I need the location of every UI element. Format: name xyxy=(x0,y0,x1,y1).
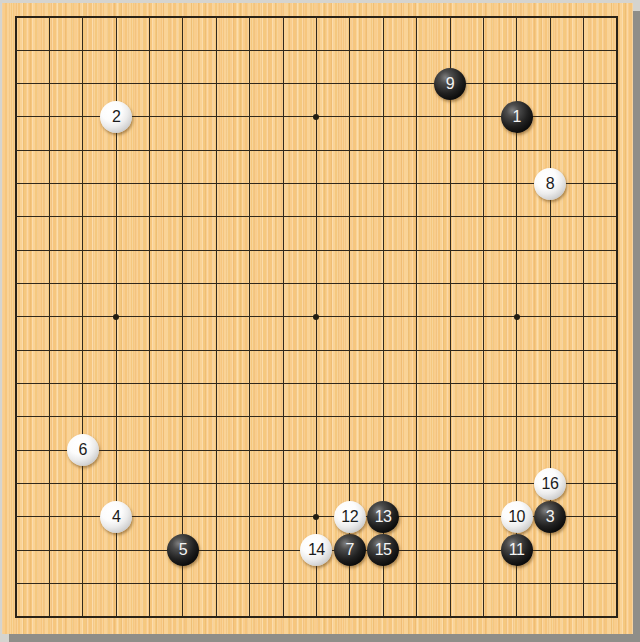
board-point-r14: 8 xyxy=(533,167,566,200)
star-point xyxy=(300,500,333,533)
stone-black-m3[interactable]: 15 xyxy=(367,534,399,566)
stone-black-f3[interactable]: 5 xyxy=(167,534,199,566)
move-number: 15 xyxy=(375,542,392,558)
board-point-l4: 12 xyxy=(333,500,366,533)
board-point-r4: 3 xyxy=(533,500,566,533)
board-point-q16: 1 xyxy=(500,100,533,133)
move-number: 12 xyxy=(341,509,358,525)
stone-white-d4[interactable]: 4 xyxy=(100,501,132,533)
star-point xyxy=(300,100,333,133)
move-number: 9 xyxy=(446,76,454,92)
star-point xyxy=(500,300,533,333)
stone-white-r5[interactable]: 16 xyxy=(534,468,566,500)
board-frame: 12345678910111213141516 xyxy=(0,0,640,642)
move-number: 13 xyxy=(375,509,392,525)
board-point-l3: 7 xyxy=(333,534,366,567)
board-point-r5: 16 xyxy=(533,467,566,500)
goban[interactable]: 12345678910111213141516 xyxy=(2,3,633,634)
board-point-q3: 11 xyxy=(500,534,533,567)
stone-black-l3[interactable]: 7 xyxy=(334,534,366,566)
stone-white-c6[interactable]: 6 xyxy=(67,434,99,466)
stone-black-r4[interactable]: 3 xyxy=(534,501,566,533)
stone-white-q4[interactable]: 10 xyxy=(501,501,533,533)
stone-black-m4[interactable]: 13 xyxy=(367,501,399,533)
move-number: 14 xyxy=(308,542,325,558)
board-point-c6: 6 xyxy=(66,434,99,467)
board-point-m3: 15 xyxy=(366,534,399,567)
board-point-k3: 14 xyxy=(300,534,333,567)
stone-white-d16[interactable]: 2 xyxy=(100,101,132,133)
move-number: 3 xyxy=(546,509,554,525)
star-point xyxy=(300,300,333,333)
move-number: 6 xyxy=(79,442,87,458)
stone-white-k3[interactable]: 14 xyxy=(300,534,332,566)
stone-black-q16[interactable]: 1 xyxy=(501,101,533,133)
move-number: 5 xyxy=(179,542,187,558)
star-point-dot xyxy=(313,514,319,520)
star-point-dot xyxy=(113,314,119,320)
board-point-o17: 9 xyxy=(433,67,466,100)
star-point-dot xyxy=(514,314,520,320)
board-points-layer: 12345678910111213141516 xyxy=(0,0,633,633)
move-number: 2 xyxy=(112,109,120,125)
move-number: 16 xyxy=(542,476,559,492)
move-number: 10 xyxy=(508,509,525,525)
stone-black-q3[interactable]: 11 xyxy=(501,534,533,566)
board-point-f3: 5 xyxy=(166,534,199,567)
board-point-q4: 10 xyxy=(500,500,533,533)
star-point-dot xyxy=(313,314,319,320)
move-number: 11 xyxy=(509,542,525,558)
board-point-m4: 13 xyxy=(366,500,399,533)
star-point xyxy=(99,300,132,333)
move-number: 1 xyxy=(512,109,520,125)
stone-white-l4[interactable]: 12 xyxy=(334,501,366,533)
stone-black-o17[interactable]: 9 xyxy=(434,68,466,100)
move-number: 7 xyxy=(346,542,354,558)
move-number: 4 xyxy=(112,509,120,525)
stone-white-r14[interactable]: 8 xyxy=(534,168,566,200)
move-number: 8 xyxy=(546,176,554,192)
board-point-d16: 2 xyxy=(99,100,132,133)
board-point-d4: 4 xyxy=(99,500,132,533)
star-point-dot xyxy=(313,114,319,120)
